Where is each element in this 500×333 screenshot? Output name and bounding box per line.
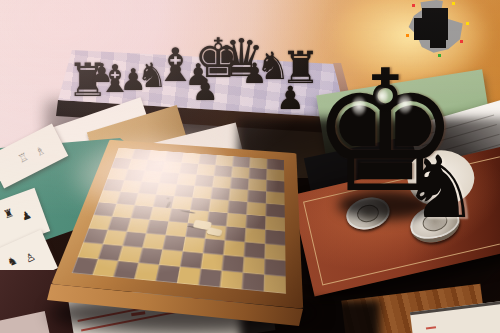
crown-highlight (376, 88, 388, 104)
board-glare (48, 124, 258, 228)
pale-patch (206, 227, 223, 236)
crown-highlight (352, 96, 366, 116)
chess-piece-pawn: ♟ (192, 75, 219, 105)
figurine-icon: ♖ (16, 151, 30, 165)
photo-scene: ♜♟♝♟♞♝♟♚♛♟♞♜♟♟ ♖ ♗ ♜ ♟ ♞ ♙ (0, 0, 500, 333)
figurine-icon: ♗ (33, 144, 47, 158)
figurine-icon: ♞ (6, 254, 19, 268)
chess-piece-pawn: ♟ (276, 82, 305, 114)
figurine-icon: ♙ (24, 251, 37, 265)
figurine-icon: ♜ (2, 207, 15, 221)
red-mark (426, 326, 436, 329)
scratch-mark (187, 225, 206, 229)
figurine-icon: ♟ (20, 209, 33, 223)
big-knight: ♞ (402, 144, 478, 230)
crown-highlight (398, 94, 412, 114)
